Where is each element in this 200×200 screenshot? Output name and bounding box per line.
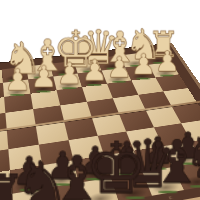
piece-white-pawn: ♟: [56, 59, 82, 88]
board-square: [57, 87, 87, 105]
chess-scene: ♜♞♝♚♛♝♞♜♟♟♟♟♟♟♟♟♟♟♟♟♟♟♟♟♜♞♝♚♛♝♞♜ hgfedcb…: [0, 0, 200, 200]
board-square: ♟: [28, 76, 56, 93]
board-square: ♟: [3, 80, 31, 98]
board-frame: ♜♞♝♚♛♝♞♜♟♟♟♟♟♟♟♟♟♟♟♟♟♟♟♟♜♞♝♚♛♝♞♜ hgfedcb…: [0, 43, 200, 200]
board-square: ♜: [0, 194, 14, 200]
photo-frame: ♜♞♝♚♛♝♞♜♟♟♟♟♟♟♟♟♟♟♟♟♟♟♟♟♜♞♝♚♛♝♞♜ hgfedcb…: [0, 0, 200, 200]
piece-white-pawn: ♟: [4, 65, 30, 95]
piece-white-pawn: ♟: [82, 56, 107, 85]
board-square: ♟: [53, 73, 82, 90]
piece-white-pawn: ♟: [106, 53, 131, 82]
piece-white-pawn: ♟: [0, 68, 4, 98]
piece-white-pawn: ♟: [155, 47, 180, 75]
piece-white-pawn: ♟: [31, 62, 57, 92]
piece-black-rook: ♜: [0, 168, 14, 200]
board-square: ♟: [0, 83, 4, 101]
board-square: [7, 126, 39, 149]
board-square: [33, 105, 64, 126]
piece-white-pawn: ♟: [131, 50, 156, 78]
